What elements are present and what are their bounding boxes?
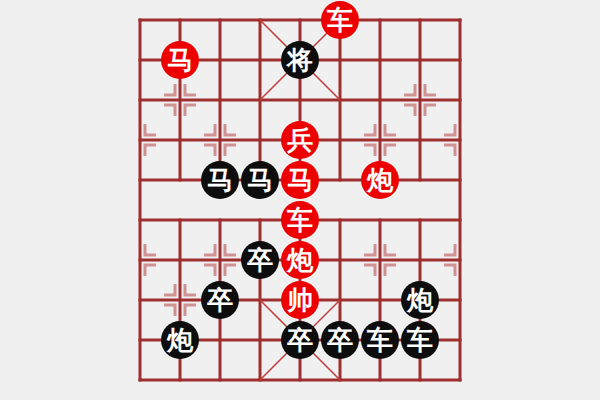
piece-red-cannon[interactable]: 炮 <box>281 241 319 279</box>
point-marker <box>364 265 375 276</box>
point-marker <box>225 244 236 255</box>
point-marker <box>364 244 375 255</box>
point-marker <box>164 305 175 316</box>
point-marker <box>385 244 396 255</box>
point-marker <box>185 284 196 295</box>
point-marker <box>204 244 215 255</box>
xiangqi-board: 车马将兵马马马炮车卒炮卒帅炮炮卒卒车车 <box>0 0 600 400</box>
point-marker <box>185 84 196 95</box>
piece-red-chariot[interactable]: 车 <box>321 1 359 39</box>
point-marker <box>404 84 415 95</box>
point-marker <box>364 124 375 135</box>
piece-black-chariot[interactable]: 车 <box>361 321 399 359</box>
point-marker <box>444 124 455 135</box>
point-marker <box>204 145 215 156</box>
piece-black-soldier[interactable]: 卒 <box>241 241 279 279</box>
point-marker <box>385 265 396 276</box>
piece-red-chariot[interactable]: 车 <box>281 201 319 239</box>
piece-red-horse[interactable]: 马 <box>161 41 199 79</box>
piece-red-cannon[interactable]: 炮 <box>361 161 399 199</box>
point-marker <box>145 124 156 135</box>
point-marker <box>145 145 156 156</box>
point-marker <box>145 244 156 255</box>
piece-red-soldier[interactable]: 兵 <box>281 121 319 159</box>
piece-black-soldier[interactable]: 卒 <box>321 321 359 359</box>
point-marker <box>225 265 236 276</box>
point-marker <box>364 145 375 156</box>
point-marker <box>164 284 175 295</box>
piece-red-horse[interactable]: 马 <box>281 161 319 199</box>
piece-red-general[interactable]: 帅 <box>281 281 319 319</box>
piece-black-cannon[interactable]: 炮 <box>401 281 439 319</box>
point-marker <box>204 124 215 135</box>
point-marker <box>145 265 156 276</box>
point-marker <box>444 244 455 255</box>
point-marker <box>185 305 196 316</box>
piece-black-soldier[interactable]: 卒 <box>281 321 319 359</box>
point-marker <box>444 265 455 276</box>
piece-black-general[interactable]: 将 <box>281 41 319 79</box>
point-marker <box>404 105 415 116</box>
point-marker <box>225 145 236 156</box>
piece-black-horse[interactable]: 马 <box>201 161 239 199</box>
piece-black-horse[interactable]: 马 <box>241 161 279 199</box>
piece-black-cannon[interactable]: 炮 <box>161 321 199 359</box>
point-marker <box>164 84 175 95</box>
point-marker <box>185 105 196 116</box>
point-marker <box>204 265 215 276</box>
point-marker <box>385 124 396 135</box>
piece-black-chariot[interactable]: 车 <box>401 321 439 359</box>
piece-black-soldier[interactable]: 卒 <box>201 281 239 319</box>
point-marker <box>164 105 175 116</box>
point-marker <box>425 105 436 116</box>
point-marker <box>444 145 455 156</box>
point-marker <box>425 84 436 95</box>
point-marker <box>385 145 396 156</box>
point-marker <box>225 124 236 135</box>
